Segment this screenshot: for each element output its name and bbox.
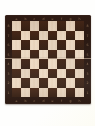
chess-board: abcdefgh abcdefgh 87654321 87654321	[5, 15, 91, 104]
square-b7	[21, 31, 30, 41]
square-b2	[21, 78, 30, 88]
square-h7	[75, 31, 84, 41]
coordinate-label: 6	[85, 41, 91, 49]
square-c7	[30, 31, 39, 41]
square-c8	[30, 21, 39, 31]
coordinate-label: 6	[6, 41, 12, 49]
square-g3	[66, 69, 75, 79]
square-h6	[75, 40, 84, 50]
square-b8	[21, 21, 30, 31]
square-e8	[48, 21, 57, 31]
square-d6	[39, 40, 48, 50]
square-h3	[75, 69, 84, 79]
square-g4	[66, 59, 75, 69]
coordinate-label: d	[40, 98, 47, 104]
coordinate-label: 8	[85, 22, 91, 30]
square-d8	[39, 21, 48, 31]
square-g2	[66, 78, 75, 88]
square-e4	[48, 59, 57, 69]
coordinate-label: c	[31, 98, 38, 104]
square-e5	[48, 50, 57, 60]
square-g5	[66, 50, 75, 60]
coordinate-label: e	[49, 16, 56, 21]
coordinate-label: 3	[6, 69, 12, 77]
square-d2	[39, 78, 48, 88]
square-c3	[30, 69, 39, 79]
square-a7	[12, 31, 21, 41]
square-d5	[39, 50, 48, 60]
square-d7	[39, 31, 48, 41]
square-f8	[57, 21, 66, 31]
square-a6	[12, 40, 21, 50]
coordinate-label: b	[22, 16, 29, 21]
coordinate-label: 2	[85, 79, 91, 87]
square-e3	[48, 69, 57, 79]
file-labels-bottom: abcdefgh	[12, 97, 84, 104]
square-e6	[48, 40, 57, 50]
square-f5	[57, 50, 66, 60]
rank-labels-right: 87654321	[84, 21, 91, 97]
coordinate-label: f	[58, 98, 65, 104]
coordinate-label: d	[40, 16, 47, 21]
square-e1	[48, 88, 57, 98]
square-c2	[30, 78, 39, 88]
coordinate-label: b	[22, 98, 29, 104]
square-f4	[57, 59, 66, 69]
coordinate-label: g	[67, 98, 74, 104]
square-g6	[66, 40, 75, 50]
coordinate-label: 4	[6, 60, 12, 68]
coordinate-label: h	[76, 98, 83, 104]
square-c6	[30, 40, 39, 50]
product-photo: abcdefgh abcdefgh 87654321 87654321	[0, 0, 95, 126]
square-h5	[75, 50, 84, 60]
square-c5	[30, 50, 39, 60]
square-c1	[30, 88, 39, 98]
coordinate-label: 4	[85, 60, 91, 68]
coordinate-label: g	[67, 16, 74, 21]
square-d4	[39, 59, 48, 69]
coordinate-label: 2	[6, 79, 12, 87]
square-a5	[12, 50, 21, 60]
square-b1	[21, 88, 30, 98]
coordinate-label: 8	[6, 22, 12, 30]
square-c4	[30, 59, 39, 69]
square-f3	[57, 69, 66, 79]
square-b4	[21, 59, 30, 69]
square-e7	[48, 31, 57, 41]
rank-labels-left: 87654321	[5, 21, 12, 97]
square-a2	[12, 78, 21, 88]
square-h8	[75, 21, 84, 31]
coordinate-label: f	[58, 16, 65, 21]
coordinate-label: 7	[6, 31, 12, 39]
square-f1	[57, 88, 66, 98]
square-g8	[66, 21, 75, 31]
square-h2	[75, 78, 84, 88]
coordinate-label: c	[31, 16, 38, 21]
square-b6	[21, 40, 30, 50]
square-a1	[12, 88, 21, 98]
coordinate-label: 1	[6, 88, 12, 96]
coordinate-label: 1	[85, 88, 91, 96]
square-f7	[57, 31, 66, 41]
square-b3	[21, 69, 30, 79]
square-h4	[75, 59, 84, 69]
coordinate-label: e	[49, 98, 56, 104]
square-b5	[21, 50, 30, 60]
coordinate-label: a	[13, 98, 20, 104]
square-a3	[12, 69, 21, 79]
coordinate-label: 7	[85, 31, 91, 39]
square-g7	[66, 31, 75, 41]
square-d3	[39, 69, 48, 79]
square-f6	[57, 40, 66, 50]
coordinate-label: a	[13, 16, 20, 21]
square-g1	[66, 88, 75, 98]
square-d1	[39, 88, 48, 98]
square-a4	[12, 59, 21, 69]
coordinate-label: 3	[85, 69, 91, 77]
square-h1	[75, 88, 84, 98]
coordinate-label: 5	[85, 50, 91, 58]
square-e2	[48, 78, 57, 88]
coordinate-label: 5	[6, 50, 12, 58]
square-f2	[57, 78, 66, 88]
square-a8	[12, 21, 21, 31]
board-squares	[12, 21, 84, 97]
coordinate-label: h	[76, 16, 83, 21]
